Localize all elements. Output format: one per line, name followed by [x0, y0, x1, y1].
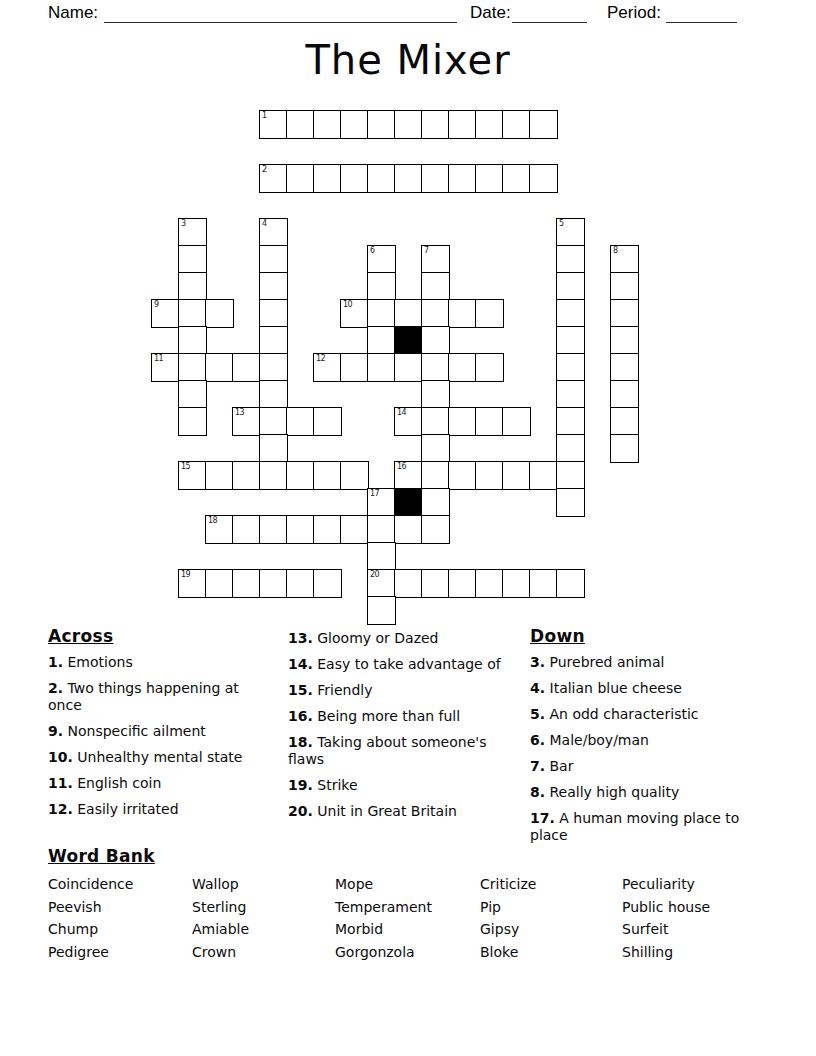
word-bank-item: Morbid — [335, 918, 480, 941]
down-clue-list: 3. Purebred animal4. Italian blue cheese… — [530, 654, 750, 844]
grid-cell-r8c15[interactable] — [556, 326, 585, 355]
grid-cell-r11c17[interactable] — [610, 407, 639, 436]
word-bank-item: Coincidence — [48, 873, 192, 896]
clue-number: 11. — [48, 775, 73, 791]
grid-cell-r9c4[interactable] — [259, 353, 288, 382]
word-bank-item: Wallop — [192, 873, 335, 896]
word-bank-item: Chump — [48, 918, 192, 941]
across-clues-column-2: 13. Gloomy or Dazed14. Easy to take adva… — [288, 630, 521, 829]
grid-cell-r15c6[interactable] — [313, 515, 342, 544]
grid-cell-r0c6[interactable] — [313, 110, 342, 139]
grid-cell-r5c8[interactable]: 6 — [367, 245, 396, 274]
clue-number: 2. — [48, 680, 63, 696]
down-heading: Down — [530, 628, 750, 645]
grid-cell-r2c12[interactable] — [475, 164, 504, 193]
clue-number: 15. — [288, 682, 313, 698]
grid-cell-r11c3[interactable]: 13 — [232, 407, 261, 436]
grid-cell-r0c5[interactable] — [286, 110, 315, 139]
grid-cell-r8c8[interactable] — [367, 326, 396, 355]
grid-cell-r9c6[interactable]: 12 — [313, 353, 342, 382]
date-blank-line — [512, 2, 587, 23]
grid-cell-r16c8[interactable] — [367, 542, 396, 571]
grid-cell-r12c15[interactable] — [556, 434, 585, 463]
grid-cell-r0c14[interactable] — [529, 110, 558, 139]
grid-cell-r13c3[interactable] — [232, 461, 261, 490]
grid-cell-r15c2[interactable]: 18 — [205, 515, 234, 544]
clue-7-down: 7. Bar — [530, 758, 750, 775]
clue-9-across: 9. Nonspecific ailment — [48, 723, 276, 740]
grid-cell-r2c10[interactable] — [421, 164, 450, 193]
clue-19-across: 19. Strike — [288, 777, 521, 794]
grid-cell-r6c15[interactable] — [556, 272, 585, 301]
across-heading: Across — [48, 628, 276, 645]
grid-cell-r11c9[interactable]: 14 — [394, 407, 423, 436]
grid-cell-r12c4[interactable] — [259, 434, 288, 463]
grid-cell-r17c5[interactable] — [286, 569, 315, 598]
grid-cell-r2c8[interactable] — [367, 164, 396, 193]
period-label: Period: — [607, 3, 661, 23]
grid-cell-r2c5[interactable] — [286, 164, 315, 193]
word-bank-item: Bloke — [480, 941, 622, 964]
cell-number: 20 — [370, 571, 379, 579]
grid-cell-r9c8[interactable] — [367, 353, 396, 382]
grid-cell-r2c9[interactable] — [394, 164, 423, 193]
clue-number: 4. — [530, 680, 545, 696]
clue-13-across: 13. Gloomy or Dazed — [288, 630, 521, 647]
word-bank-item: Sterling — [192, 896, 335, 919]
grid-cell-r9c3[interactable] — [232, 353, 261, 382]
grid-cell-r13c11[interactable] — [448, 461, 477, 490]
grid-cell-r11c5[interactable] — [286, 407, 315, 436]
grid-cell-r7c15[interactable] — [556, 299, 585, 328]
word-bank-column-4: CriticizePipGipsyBloke — [480, 873, 622, 963]
grid-cell-r10c1[interactable] — [178, 380, 207, 409]
grid-cell-r5c10[interactable]: 7 — [421, 245, 450, 274]
grid-cell-r8c17[interactable] — [610, 326, 639, 355]
grid-cell-r8c1[interactable] — [178, 326, 207, 355]
clue-number: 19. — [288, 777, 313, 793]
grid-cell-r7c17[interactable] — [610, 299, 639, 328]
grid-cell-r9c11[interactable] — [448, 353, 477, 382]
word-bank-item: Temperament — [335, 896, 480, 919]
grid-cell-r15c7[interactable] — [340, 515, 369, 544]
grid-cell-r17c12[interactable] — [475, 569, 504, 598]
grid-cell-r17c6[interactable] — [313, 569, 342, 598]
cell-number: 5 — [559, 220, 564, 228]
grid-cell-r15c8[interactable] — [367, 515, 396, 544]
clue-number: 3. — [530, 654, 545, 670]
cell-number: 9 — [154, 301, 159, 309]
clue-8-down: 8. Really high quality — [530, 784, 750, 801]
grid-cell-r6c1[interactable] — [178, 272, 207, 301]
grid-cell-r2c4[interactable]: 2 — [259, 164, 288, 193]
grid-cell-r9c7[interactable] — [340, 353, 369, 382]
clue-6-down: 6. Male/boy/man — [530, 732, 750, 749]
grid-cell-r13c14[interactable] — [529, 461, 558, 490]
clue-2-across: 2. Two things happening at once — [48, 680, 276, 714]
grid-cell-r4c15[interactable]: 5 — [556, 218, 585, 247]
grid-cell-r0c7[interactable] — [340, 110, 369, 139]
grid-cell-r9c1[interactable] — [178, 353, 207, 382]
word-bank-columns: CoincidencePeevishChumpPedigreeWallopSte… — [48, 873, 788, 963]
word-bank-item: Shilling — [622, 941, 752, 964]
clue-4-down: 4. Italian blue cheese — [530, 680, 750, 697]
word-bank-item: Peevish — [48, 896, 192, 919]
grid-cell-r2c7[interactable] — [340, 164, 369, 193]
clue-3-down: 3. Purebred animal — [530, 654, 750, 671]
cell-number: 17 — [370, 490, 379, 498]
clue-number: 18. — [288, 734, 313, 750]
word-bank-item: Crown — [192, 941, 335, 964]
grid-cell-r5c15[interactable] — [556, 245, 585, 274]
grid-cell-r8c10[interactable] — [421, 326, 450, 355]
word-bank-item: Mope — [335, 873, 480, 896]
clue-number: 7. — [530, 758, 545, 774]
grid-cell-r6c4[interactable] — [259, 272, 288, 301]
grid-cell-r0c8[interactable] — [367, 110, 396, 139]
cell-number: 12 — [316, 355, 325, 363]
grid-cell-r7c7[interactable]: 10 — [340, 299, 369, 328]
grid-cell-r0c4[interactable]: 1 — [259, 110, 288, 139]
grid-cell-r11c6[interactable] — [313, 407, 342, 436]
grid-cell-r17c14[interactable] — [529, 569, 558, 598]
word-bank-item: Peculiarity — [622, 873, 752, 896]
clue-16-across: 16. Being more than full — [288, 708, 521, 725]
clue-number: 10. — [48, 749, 73, 765]
clue-number: 1. — [48, 654, 63, 670]
grid-cell-r6c17[interactable] — [610, 272, 639, 301]
grid-cell-r4c1[interactable]: 3 — [178, 218, 207, 247]
clue-15-across: 15. Friendly — [288, 682, 521, 699]
grid-cell-r12c17[interactable] — [610, 434, 639, 463]
black-cell-r8c9 — [394, 326, 423, 355]
grid-cell-r11c1[interactable] — [178, 407, 207, 436]
word-bank-item: Gorgonzola — [335, 941, 480, 964]
grid-cell-r11c13[interactable] — [502, 407, 531, 436]
cell-number: 10 — [343, 301, 352, 309]
grid-cell-r9c2[interactable] — [205, 353, 234, 382]
clue-20-across: 20. Unit in Great Britain — [288, 803, 521, 820]
period-blank-line — [666, 2, 737, 23]
across-clues-column-1: Across 1. Emotions2. Two things happenin… — [48, 628, 276, 827]
grid-cell-r5c4[interactable] — [259, 245, 288, 274]
grid-cell-r11c4[interactable] — [259, 407, 288, 436]
worksheet-page: Name: Date: Period: The Mixer 1234567891… — [0, 0, 816, 1056]
clue-number: 20. — [288, 803, 313, 819]
grid-cell-r10c17[interactable] — [610, 380, 639, 409]
cell-number: 7 — [424, 247, 429, 255]
grid-cell-r2c13[interactable] — [502, 164, 531, 193]
grid-cell-r8c4[interactable] — [259, 326, 288, 355]
clue-10-across: 10. Unhealthy mental state — [48, 749, 276, 766]
grid-cell-r13c13[interactable] — [502, 461, 531, 490]
grid-cell-r17c13[interactable] — [502, 569, 531, 598]
clue-number: 14. — [288, 656, 313, 672]
grid-cell-r17c2[interactable] — [205, 569, 234, 598]
grid-cell-r7c8[interactable] — [367, 299, 396, 328]
word-bank-column-1: CoincidencePeevishChumpPedigree — [48, 873, 192, 963]
grid-cell-r7c1[interactable] — [178, 299, 207, 328]
grid-cell-r2c6[interactable] — [313, 164, 342, 193]
grid-cell-r10c10[interactable] — [421, 380, 450, 409]
clue-number: 16. — [288, 708, 313, 724]
word-bank-item: Criticize — [480, 873, 622, 896]
grid-cell-r15c5[interactable] — [286, 515, 315, 544]
clue-12-across: 12. Easily irritated — [48, 801, 276, 818]
cell-number: 16 — [397, 463, 406, 471]
grid-cell-r0c10[interactable] — [421, 110, 450, 139]
black-cell-r14c9 — [394, 488, 423, 517]
grid-cell-r13c7[interactable] — [340, 461, 369, 490]
word-bank-item: Surfeit — [622, 918, 752, 941]
grid-cell-r12c10[interactable] — [421, 434, 450, 463]
cell-number: 15 — [181, 463, 190, 471]
grid-cell-r9c12[interactable] — [475, 353, 504, 382]
grid-cell-r11c15[interactable] — [556, 407, 585, 436]
clue-18-across: 18. Taking about someone's flaws — [288, 734, 521, 768]
grid-cell-r17c9[interactable] — [394, 569, 423, 598]
word-bank-item: Pedigree — [48, 941, 192, 964]
clue-number: 6. — [530, 732, 545, 748]
grid-cell-r7c11[interactable] — [448, 299, 477, 328]
clue-14-across: 14. Easy to take advantage of — [288, 656, 521, 673]
across-clue-list-2: 13. Gloomy or Dazed14. Easy to take adva… — [288, 630, 521, 820]
grid-cell-r14c8[interactable]: 17 — [367, 488, 396, 517]
clue-number: 12. — [48, 801, 73, 817]
crossword-grid: 1234567891011121314151617181920 — [151, 110, 639, 625]
grid-cell-r7c2[interactable] — [205, 299, 234, 328]
grid-cell-r11c11[interactable] — [448, 407, 477, 436]
cell-number: 19 — [181, 571, 190, 579]
clue-number: 9. — [48, 723, 63, 739]
cell-number: 3 — [181, 220, 186, 228]
grid-cell-r17c8[interactable]: 20 — [367, 569, 396, 598]
grid-cell-r6c10[interactable] — [421, 272, 450, 301]
word-bank-heading: Word Bank — [48, 846, 788, 866]
grid-cell-r17c11[interactable] — [448, 569, 477, 598]
grid-cell-r9c17[interactable] — [610, 353, 639, 382]
grid-cell-r13c1[interactable]: 15 — [178, 461, 207, 490]
clue-number: 17. — [530, 810, 555, 826]
grid-cell-r0c13[interactable] — [502, 110, 531, 139]
clue-number: 13. — [288, 630, 313, 646]
grid-cell-r13c6[interactable] — [313, 461, 342, 490]
word-bank-item: Public house — [622, 896, 752, 919]
grid-cell-r2c14[interactable] — [529, 164, 558, 193]
grid-cell-r13c15[interactable] — [556, 461, 585, 490]
grid-cell-r15c9[interactable] — [394, 515, 423, 544]
grid-cell-r17c4[interactable] — [259, 569, 288, 598]
grid-cell-r17c1[interactable]: 19 — [178, 569, 207, 598]
clue-5-down: 5. An odd characteristic — [530, 706, 750, 723]
grid-cell-r9c10[interactable] — [421, 353, 450, 382]
grid-cell-r17c15[interactable] — [556, 569, 585, 598]
grid-cell-r9c15[interactable] — [556, 353, 585, 382]
date-label: Date: — [470, 3, 511, 23]
word-bank-column-3: MopeTemperamentMorbidGorgonzola — [335, 873, 480, 963]
grid-cell-r17c10[interactable] — [421, 569, 450, 598]
grid-cell-r18c8[interactable] — [367, 596, 396, 625]
cell-number: 14 — [397, 409, 406, 417]
grid-cell-r9c0[interactable]: 11 — [151, 353, 180, 382]
cell-number: 13 — [235, 409, 244, 417]
grid-cell-r6c8[interactable] — [367, 272, 396, 301]
down-clues-column: Down 3. Purebred animal4. Italian blue c… — [530, 628, 750, 853]
grid-cell-r13c9[interactable]: 16 — [394, 461, 423, 490]
grid-cell-r7c9[interactable] — [394, 299, 423, 328]
cell-number: 11 — [154, 355, 163, 363]
grid-cell-r10c4[interactable] — [259, 380, 288, 409]
grid-cell-r13c4[interactable] — [259, 461, 288, 490]
grid-cell-r9c9[interactable] — [394, 353, 423, 382]
grid-cell-r15c10[interactable] — [421, 515, 450, 544]
word-bank-column-2: WallopSterlingAmiableCrown — [192, 873, 335, 963]
grid-cell-r4c4[interactable]: 4 — [259, 218, 288, 247]
puzzle-title: The Mixer — [0, 38, 816, 82]
cell-number: 2 — [262, 166, 267, 174]
grid-cell-r7c4[interactable] — [259, 299, 288, 328]
clue-17-down: 17. A human moving place to place — [530, 810, 750, 844]
word-bank-column-5: PeculiarityPublic houseSurfeitShilling — [622, 873, 752, 963]
grid-cell-r5c17[interactable]: 8 — [610, 245, 639, 274]
cell-number: 4 — [262, 220, 267, 228]
word-bank-item: Amiable — [192, 918, 335, 941]
cell-number: 1 — [262, 112, 267, 120]
cell-number: 18 — [208, 517, 217, 525]
grid-cell-r0c12[interactable] — [475, 110, 504, 139]
clue-11-across: 11. English coin — [48, 775, 276, 792]
grid-cell-r14c10[interactable] — [421, 488, 450, 517]
grid-cell-r17c3[interactable] — [232, 569, 261, 598]
grid-cell-r15c4[interactable] — [259, 515, 288, 544]
grid-cell-r2c11[interactable] — [448, 164, 477, 193]
cell-number: 6 — [370, 247, 375, 255]
word-bank-item: Pip — [480, 896, 622, 919]
grid-cell-r13c12[interactable] — [475, 461, 504, 490]
across-clue-list-1: 1. Emotions2. Two things happening at on… — [48, 654, 276, 818]
grid-cell-r7c0[interactable]: 9 — [151, 299, 180, 328]
clue-number: 5. — [530, 706, 545, 722]
word-bank: Word Bank CoincidencePeevishChumpPedigre… — [48, 846, 788, 963]
grid-cell-r7c12[interactable] — [475, 299, 504, 328]
clue-1-across: 1. Emotions — [48, 654, 276, 671]
grid-cell-r11c10[interactable] — [421, 407, 450, 436]
clue-number: 8. — [530, 784, 545, 800]
word-bank-item: Gipsy — [480, 918, 622, 941]
grid-cell-r0c11[interactable] — [448, 110, 477, 139]
name-label: Name: — [48, 3, 98, 23]
grid-cell-r13c10[interactable] — [421, 461, 450, 490]
grid-cell-r13c5[interactable] — [286, 461, 315, 490]
grid-cell-r13c2[interactable] — [205, 461, 234, 490]
grid-cell-r10c15[interactable] — [556, 380, 585, 409]
grid-cell-r11c12[interactable] — [475, 407, 504, 436]
grid-cell-r14c15[interactable] — [556, 488, 585, 517]
grid-cell-r15c3[interactable] — [232, 515, 261, 544]
cell-number: 8 — [613, 247, 618, 255]
name-blank-line — [104, 2, 457, 23]
grid-cell-r7c10[interactable] — [421, 299, 450, 328]
grid-cell-r5c1[interactable] — [178, 245, 207, 274]
grid-cell-r0c9[interactable] — [394, 110, 423, 139]
